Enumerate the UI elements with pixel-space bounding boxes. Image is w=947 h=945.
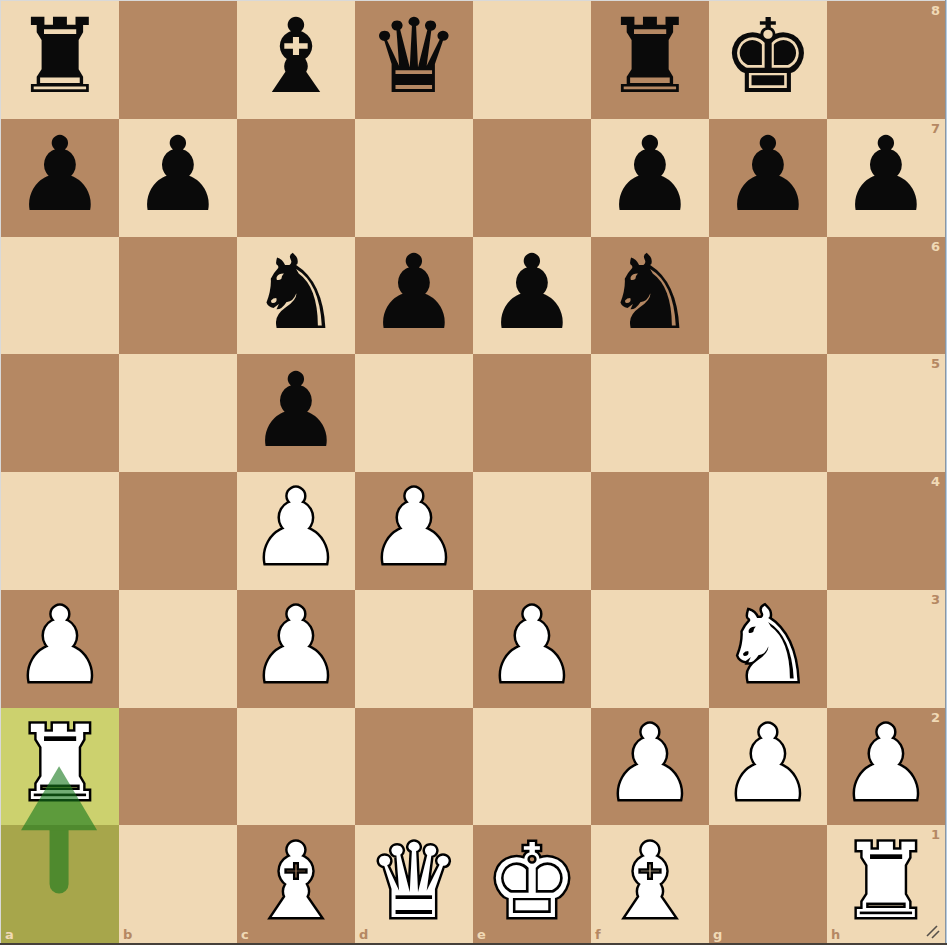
- square-h8[interactable]: 8: [827, 1, 945, 119]
- piece-black-pawn[interactable]: ♟: [132, 123, 224, 226]
- piece-black-bishop[interactable]: ♝: [250, 5, 342, 108]
- square-c2[interactable]: [237, 708, 355, 826]
- square-h3[interactable]: 3: [827, 590, 945, 708]
- file-label-g: g: [713, 928, 722, 941]
- square-f7[interactable]: ♟: [591, 119, 709, 237]
- square-d4[interactable]: ♟: [355, 472, 473, 590]
- square-f1[interactable]: ♝f: [591, 825, 709, 943]
- square-d7[interactable]: [355, 119, 473, 237]
- square-a8[interactable]: ♜: [1, 1, 119, 119]
- square-b8[interactable]: [119, 1, 237, 119]
- rank-label-8: 8: [931, 4, 940, 17]
- square-f8[interactable]: ♜: [591, 1, 709, 119]
- square-b6[interactable]: [119, 237, 237, 355]
- board-resize-handle-icon[interactable]: [925, 924, 941, 940]
- square-a1[interactable]: a: [1, 825, 119, 943]
- rank-label-1: 1: [931, 828, 940, 841]
- square-d3[interactable]: [355, 590, 473, 708]
- piece-black-pawn[interactable]: ♟: [840, 123, 932, 226]
- square-c8[interactable]: ♝: [237, 1, 355, 119]
- square-b7[interactable]: ♟: [119, 119, 237, 237]
- rank-label-6: 6: [931, 240, 940, 253]
- piece-white-rook[interactable]: ♜: [840, 830, 932, 933]
- square-d5[interactable]: [355, 354, 473, 472]
- square-a2[interactable]: ♜: [1, 708, 119, 826]
- square-h2[interactable]: ♟2: [827, 708, 945, 826]
- square-f6[interactable]: ♞: [591, 237, 709, 355]
- piece-white-bishop[interactable]: ♝: [250, 830, 342, 933]
- square-c3[interactable]: ♟: [237, 590, 355, 708]
- file-label-e: e: [477, 928, 486, 941]
- square-c4[interactable]: ♟: [237, 472, 355, 590]
- square-a5[interactable]: [1, 354, 119, 472]
- square-g1[interactable]: g: [709, 825, 827, 943]
- piece-black-pawn[interactable]: ♟: [604, 123, 696, 226]
- square-f5[interactable]: [591, 354, 709, 472]
- file-label-c: c: [241, 928, 249, 941]
- square-f4[interactable]: [591, 472, 709, 590]
- rank-label-3: 3: [931, 593, 940, 606]
- piece-white-rook[interactable]: ♜: [14, 712, 106, 815]
- square-h5[interactable]: 5: [827, 354, 945, 472]
- piece-black-pawn[interactable]: ♟: [250, 359, 342, 462]
- square-d2[interactable]: [355, 708, 473, 826]
- square-e1[interactable]: ♚e: [473, 825, 591, 943]
- square-c5[interactable]: ♟: [237, 354, 355, 472]
- piece-white-pawn[interactable]: ♟: [14, 594, 106, 697]
- rank-label-4: 4: [931, 475, 940, 488]
- square-e8[interactable]: [473, 1, 591, 119]
- piece-white-knight[interactable]: ♞: [722, 594, 814, 697]
- square-f3[interactable]: [591, 590, 709, 708]
- piece-black-rook[interactable]: ♜: [14, 5, 106, 108]
- rank-label-2: 2: [931, 711, 940, 724]
- square-b4[interactable]: [119, 472, 237, 590]
- square-a3[interactable]: ♟: [1, 590, 119, 708]
- square-h4[interactable]: 4: [827, 472, 945, 590]
- piece-black-king[interactable]: ♚: [722, 5, 814, 108]
- square-b2[interactable]: [119, 708, 237, 826]
- square-b5[interactable]: [119, 354, 237, 472]
- square-a4[interactable]: [1, 472, 119, 590]
- square-a7[interactable]: ♟: [1, 119, 119, 237]
- square-g8[interactable]: ♚: [709, 1, 827, 119]
- square-g2[interactable]: ♟: [709, 708, 827, 826]
- rank-label-5: 5: [931, 357, 940, 370]
- square-d8[interactable]: ♛: [355, 1, 473, 119]
- square-c7[interactable]: [237, 119, 355, 237]
- square-g3[interactable]: ♞: [709, 590, 827, 708]
- rank-label-7: 7: [931, 122, 940, 135]
- piece-black-knight[interactable]: ♞: [604, 241, 696, 344]
- piece-white-pawn[interactable]: ♟: [368, 476, 460, 579]
- piece-white-pawn[interactable]: ♟: [250, 476, 342, 579]
- piece-black-rook[interactable]: ♜: [604, 5, 696, 108]
- square-h7[interactable]: ♟7: [827, 119, 945, 237]
- file-label-b: b: [123, 928, 132, 941]
- square-c1[interactable]: ♝c: [237, 825, 355, 943]
- piece-black-queen[interactable]: ♛: [368, 5, 460, 108]
- piece-black-pawn[interactable]: ♟: [722, 123, 814, 226]
- square-c6[interactable]: ♞: [237, 237, 355, 355]
- square-b3[interactable]: [119, 590, 237, 708]
- file-label-d: d: [359, 928, 368, 941]
- piece-white-pawn[interactable]: ♟: [250, 594, 342, 697]
- file-label-f: f: [595, 928, 601, 941]
- piece-white-bishop[interactable]: ♝: [604, 830, 696, 933]
- square-a6[interactable]: [1, 237, 119, 355]
- piece-white-pawn[interactable]: ♟: [722, 712, 814, 815]
- piece-white-queen[interactable]: ♛: [368, 830, 460, 933]
- page: ♜♝♛♜♚8♟♟♟♟♟7♞♟♟♞6♟5♟♟4♟♟♟♞3♜♟♟♟2ab♝c♛d♚e…: [0, 0, 947, 945]
- square-e2[interactable]: [473, 708, 591, 826]
- square-g6[interactable]: [709, 237, 827, 355]
- chess-board: ♜♝♛♜♚8♟♟♟♟♟7♞♟♟♞6♟5♟♟4♟♟♟♞3♜♟♟♟2ab♝c♛d♚e…: [0, 0, 945, 943]
- piece-white-pawn[interactable]: ♟: [486, 594, 578, 697]
- square-e5[interactable]: [473, 354, 591, 472]
- square-f2[interactable]: ♟: [591, 708, 709, 826]
- square-h6[interactable]: 6: [827, 237, 945, 355]
- square-b1[interactable]: b: [119, 825, 237, 943]
- square-e6[interactable]: ♟: [473, 237, 591, 355]
- piece-black-pawn[interactable]: ♟: [368, 241, 460, 344]
- square-e3[interactable]: ♟: [473, 590, 591, 708]
- file-label-h: h: [831, 928, 840, 941]
- square-e7[interactable]: [473, 119, 591, 237]
- piece-white-king[interactable]: ♚: [486, 830, 578, 933]
- square-g7[interactable]: ♟: [709, 119, 827, 237]
- square-g5[interactable]: [709, 354, 827, 472]
- piece-white-pawn[interactable]: ♟: [840, 712, 932, 815]
- square-d6[interactable]: ♟: [355, 237, 473, 355]
- square-d1[interactable]: ♛d: [355, 825, 473, 943]
- piece-black-pawn[interactable]: ♟: [486, 241, 578, 344]
- piece-white-pawn[interactable]: ♟: [604, 712, 696, 815]
- piece-black-pawn[interactable]: ♟: [14, 123, 106, 226]
- square-e4[interactable]: [473, 472, 591, 590]
- file-label-a: a: [5, 928, 14, 941]
- piece-black-knight[interactable]: ♞: [250, 241, 342, 344]
- square-g4[interactable]: [709, 472, 827, 590]
